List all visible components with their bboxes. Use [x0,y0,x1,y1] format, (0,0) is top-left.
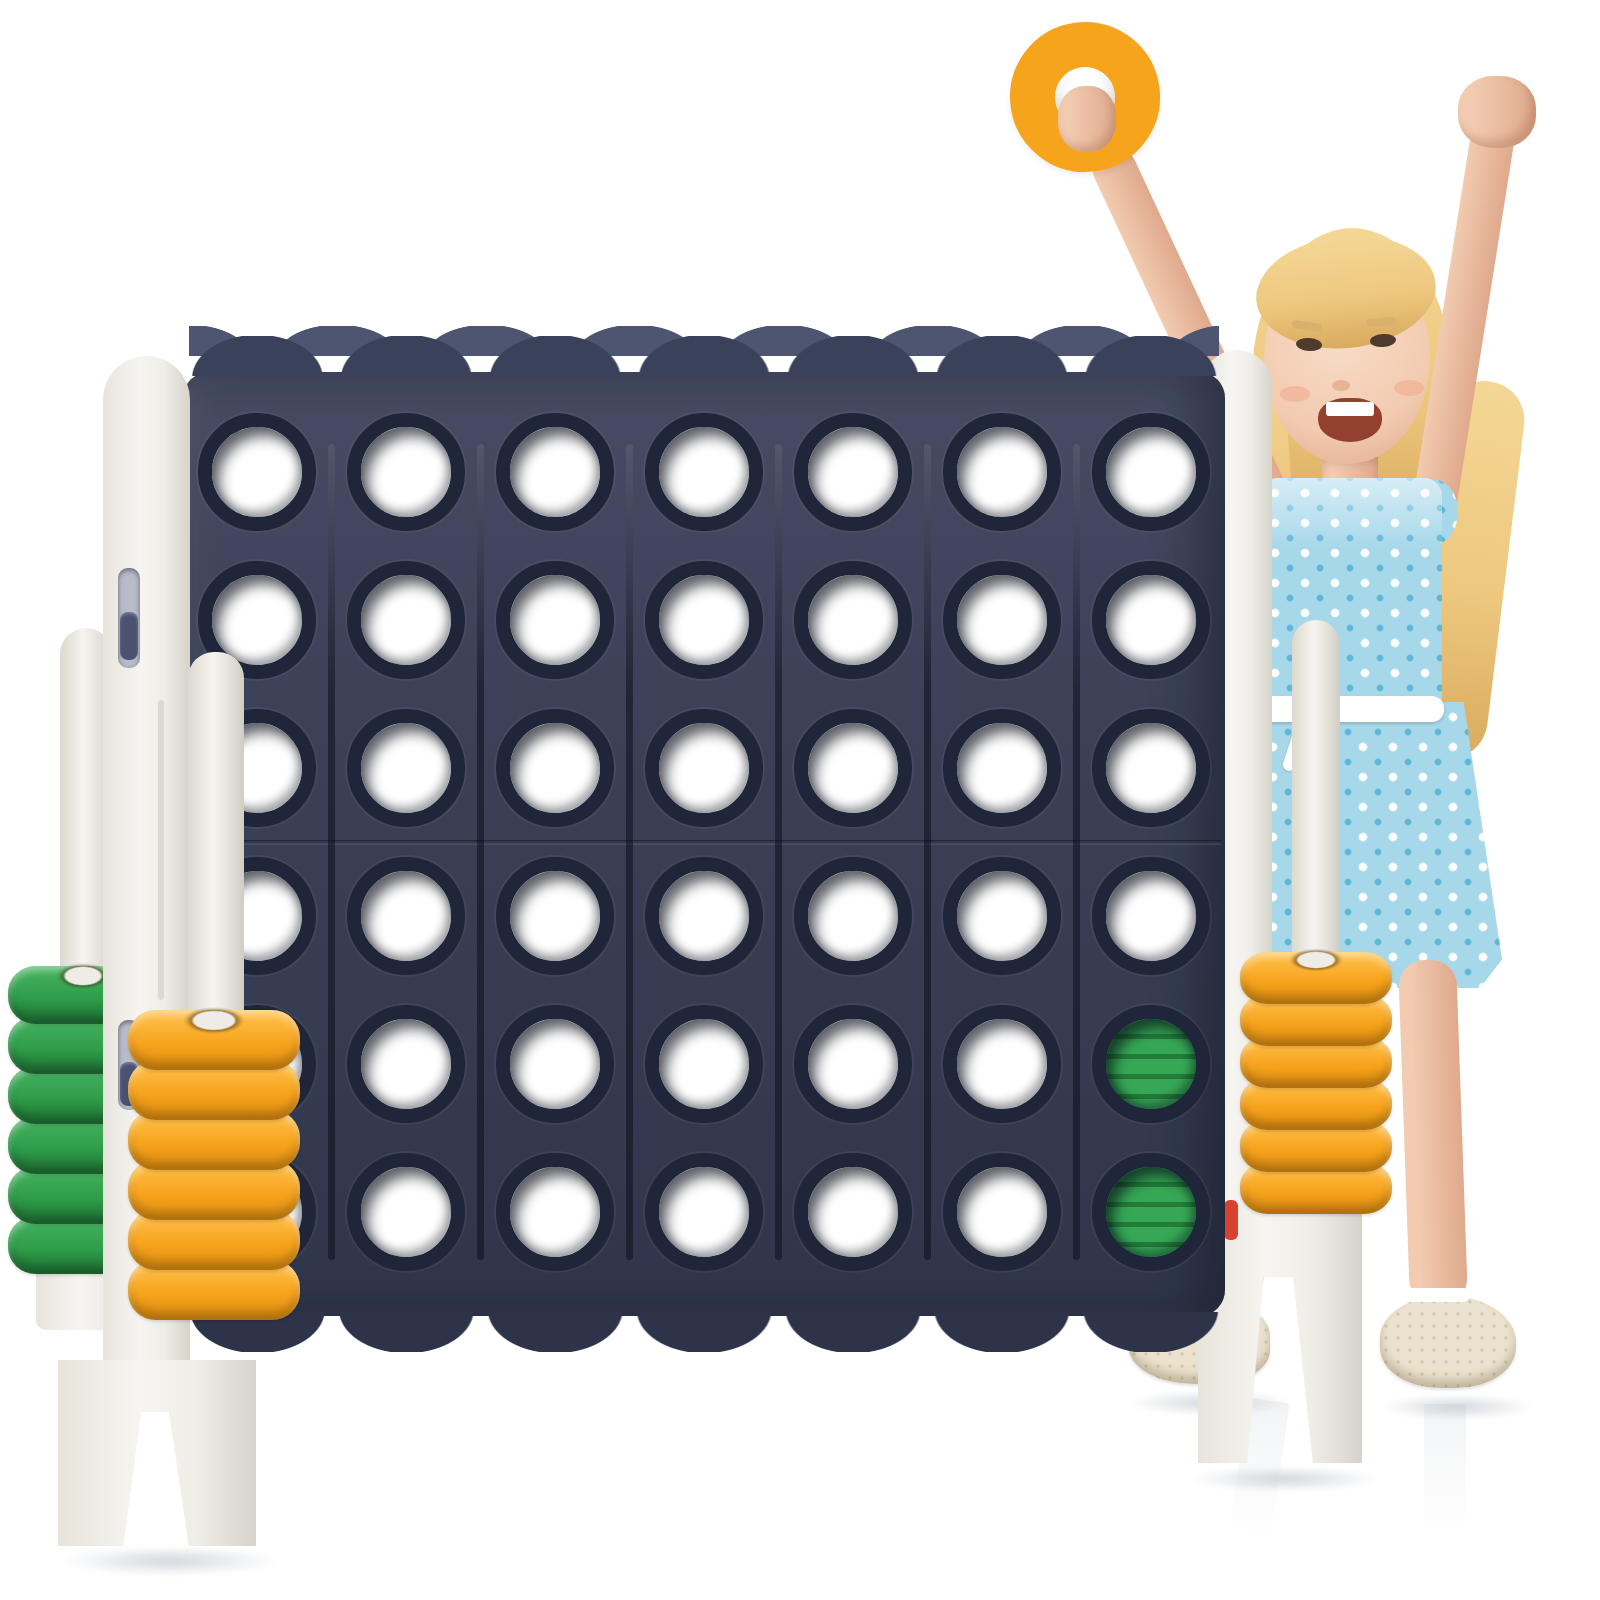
cell-r3c7 [1076,694,1225,842]
mouth-smiling [1318,398,1382,442]
cheek-left [1280,386,1310,402]
cell-r6c3 [481,1138,630,1286]
cheek-right [1394,380,1424,396]
product-photo-scene [0,0,1600,1600]
empty-hole [1092,413,1210,531]
cell-r6c6 [927,1138,1076,1286]
empty-hole [794,561,912,679]
column-groove [477,444,484,1260]
green-disc-in-hole [1092,1153,1210,1271]
cell-r5c6 [927,990,1076,1138]
connect-four-board [183,372,1225,1316]
empty-hole [943,857,1061,975]
cell-r3c4 [630,694,779,842]
empty-hole [496,1153,614,1271]
empty-hole [496,413,614,531]
red-release-latch [1224,1200,1238,1240]
empty-hole [645,709,763,827]
empty-hole [645,1153,763,1271]
cell-r1c1 [183,398,332,546]
empty-hole [794,709,912,827]
cell-r6c5 [778,1138,927,1286]
cell-r4c4 [630,842,779,990]
cell-r4c6 [927,842,1076,990]
yellow-ring [128,1010,300,1070]
navy-slider-upper [120,612,138,660]
empty-hole [794,1005,912,1123]
floor-reflection [1190,1466,1380,1492]
cell-r5c2 [332,990,481,1138]
empty-hole [347,857,465,975]
cell-r6c4 [630,1138,779,1286]
cell-r2c4 [630,546,779,694]
column-groove [924,444,931,1260]
empty-hole [347,561,465,679]
teeth [1326,402,1374,416]
column-groove [626,444,633,1260]
cell-r1c5 [778,398,927,546]
cell-r1c2 [332,398,481,546]
empty-hole [198,413,316,531]
empty-hole [794,1153,912,1271]
cell-r4c7 [1076,842,1225,990]
dress-belt [1258,696,1444,722]
cell-r1c4 [630,398,779,546]
empty-hole [943,1153,1061,1271]
empty-hole [1092,561,1210,679]
cell-r3c3 [481,694,630,842]
empty-hole [496,709,614,827]
column-groove [328,444,335,1260]
empty-hole [943,1005,1061,1123]
empty-hole [496,1005,614,1123]
column-groove [775,444,782,1260]
empty-hole [645,857,763,975]
cell-r6c2 [332,1138,481,1286]
cell-r5c5 [778,990,927,1138]
empty-hole [943,561,1061,679]
cell-r2c5 [778,546,927,694]
fist [1458,76,1536,148]
empty-hole [1092,857,1210,975]
sandal-strap-right [1398,1288,1470,1302]
cell-r1c7 [1076,398,1225,546]
cell-r4c2 [332,842,481,990]
hand-gripping-ring [1058,86,1116,152]
empty-hole [794,857,912,975]
leg-reflection [1424,1404,1466,1534]
cell-r5c4 [630,990,779,1138]
empty-hole [645,413,763,531]
sandal-right [1380,1296,1516,1388]
empty-hole [347,1153,465,1271]
cell-r2c7 [1076,546,1225,694]
empty-hole [794,413,912,531]
leg-right [1398,959,1468,1306]
empty-hole [347,709,465,827]
cell-r1c3 [481,398,630,546]
cell-r3c5 [778,694,927,842]
empty-hole [347,413,465,531]
cell-r2c2 [332,546,481,694]
empty-hole [1092,709,1210,827]
floor-reflection [60,1546,280,1576]
empty-hole [496,857,614,975]
cell-r2c6 [927,546,1076,694]
yellow-ring [1240,952,1392,1004]
board-bottom-scallop [183,1312,1225,1352]
cell-r1c6 [927,398,1076,546]
cell-r4c3 [481,842,630,990]
cell-r6c7 [1076,1138,1225,1286]
cell-r2c3 [481,546,630,694]
empty-hole [645,1005,763,1123]
frame-foot-left [58,1360,256,1546]
board-top-scallop [183,336,1225,376]
stack-right [1240,952,1392,1218]
cell-r5c7 [1076,990,1225,1138]
leg-groove [158,700,164,1000]
column-groove [1073,444,1080,1260]
cell-r4c5 [778,842,927,990]
nose [1332,380,1350,391]
cell-r5c3 [481,990,630,1138]
green-disc-in-hole [1092,1005,1210,1123]
stack-left-front [128,1010,300,1320]
empty-hole [496,561,614,679]
empty-hole [943,413,1061,531]
dress-yoke-highlight [1260,478,1442,548]
board-half-seam [187,840,1221,845]
cell-r3c2 [332,694,481,842]
empty-hole [645,561,763,679]
empty-hole [347,1005,465,1123]
empty-hole [943,709,1061,827]
cell-r3c6 [927,694,1076,842]
